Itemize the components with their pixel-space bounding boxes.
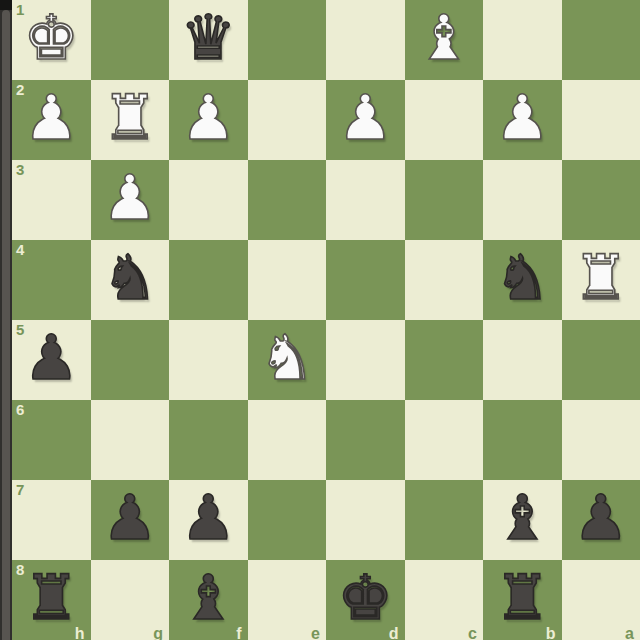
square-c2[interactable] — [405, 80, 484, 160]
square-f7[interactable]: ♟ — [169, 480, 248, 560]
piece-white-pawn[interactable]: ♟ — [23, 80, 79, 158]
square-d6[interactable] — [326, 400, 405, 480]
file-label-g: g — [153, 625, 163, 640]
piece-white-knight[interactable]: ♞ — [259, 320, 315, 398]
chess-board: 1♚♛♝2♟♜♟♟♟3♟4♞♞♜5♟♞67♟♟♝♟8h♜gf♝ed♚cb♜a — [12, 0, 640, 640]
square-b7[interactable]: ♝ — [483, 480, 562, 560]
piece-black-king[interactable]: ♚ — [337, 560, 393, 638]
square-d2[interactable]: ♟ — [326, 80, 405, 160]
square-a4[interactable]: ♜ — [562, 240, 640, 320]
piece-white-rook[interactable]: ♜ — [102, 80, 158, 158]
square-e3[interactable] — [248, 160, 327, 240]
piece-black-queen[interactable]: ♛ — [180, 0, 236, 78]
square-d4[interactable] — [326, 240, 405, 320]
square-a7[interactable]: ♟ — [562, 480, 640, 560]
piece-black-pawn[interactable]: ♟ — [102, 480, 158, 558]
rank-label-3: 3 — [16, 162, 24, 177]
rank-label-4: 4 — [16, 242, 24, 257]
square-b3[interactable] — [483, 160, 562, 240]
file-label-c: c — [468, 625, 477, 640]
square-f4[interactable] — [169, 240, 248, 320]
square-g1[interactable] — [91, 0, 170, 80]
rank-label-6: 6 — [16, 402, 24, 417]
square-e4[interactable] — [248, 240, 327, 320]
square-h5[interactable]: 5♟ — [12, 320, 91, 400]
square-d3[interactable] — [326, 160, 405, 240]
square-b2[interactable]: ♟ — [483, 80, 562, 160]
square-c1[interactable]: ♝ — [405, 0, 484, 80]
square-d8[interactable]: d♚ — [326, 560, 405, 640]
piece-black-bishop[interactable]: ♝ — [180, 560, 236, 638]
left-edge-bar — [0, 0, 12, 640]
square-g4[interactable]: ♞ — [91, 240, 170, 320]
square-a6[interactable] — [562, 400, 640, 480]
piece-white-pawn[interactable]: ♟ — [494, 80, 550, 158]
square-e1[interactable] — [248, 0, 327, 80]
square-a1[interactable] — [562, 0, 640, 80]
piece-black-knight[interactable]: ♞ — [494, 240, 550, 318]
square-e7[interactable] — [248, 480, 327, 560]
piece-white-pawn[interactable]: ♟ — [337, 80, 393, 158]
square-g5[interactable] — [91, 320, 170, 400]
square-c4[interactable] — [405, 240, 484, 320]
square-e6[interactable] — [248, 400, 327, 480]
square-g6[interactable] — [91, 400, 170, 480]
square-e5[interactable]: ♞ — [248, 320, 327, 400]
square-f8[interactable]: f♝ — [169, 560, 248, 640]
piece-black-rook[interactable]: ♜ — [23, 560, 79, 638]
square-b1[interactable] — [483, 0, 562, 80]
square-b6[interactable] — [483, 400, 562, 480]
square-h8[interactable]: 8h♜ — [12, 560, 91, 640]
square-f3[interactable] — [169, 160, 248, 240]
piece-black-pawn[interactable]: ♟ — [180, 480, 236, 558]
square-f1[interactable]: ♛ — [169, 0, 248, 80]
square-h3[interactable]: 3 — [12, 160, 91, 240]
file-label-a: a — [625, 625, 634, 640]
square-h2[interactable]: 2♟ — [12, 80, 91, 160]
piece-black-rook[interactable]: ♜ — [494, 560, 550, 638]
square-f6[interactable] — [169, 400, 248, 480]
left-edge-top-corner — [0, 0, 12, 10]
rank-label-7: 7 — [16, 482, 24, 497]
square-g7[interactable]: ♟ — [91, 480, 170, 560]
square-h6[interactable]: 6 — [12, 400, 91, 480]
piece-black-bishop[interactable]: ♝ — [494, 480, 550, 558]
square-f5[interactable] — [169, 320, 248, 400]
piece-black-pawn[interactable]: ♟ — [573, 480, 629, 558]
scrollbar-thumb[interactable] — [2, 10, 10, 640]
piece-white-rook[interactable]: ♜ — [573, 240, 629, 318]
piece-white-bishop[interactable]: ♝ — [416, 0, 472, 78]
file-label-e: e — [311, 625, 320, 640]
square-c5[interactable] — [405, 320, 484, 400]
square-c8[interactable]: c — [405, 560, 484, 640]
square-c6[interactable] — [405, 400, 484, 480]
piece-black-knight[interactable]: ♞ — [102, 240, 158, 318]
square-h1[interactable]: 1♚ — [12, 0, 91, 80]
piece-white-pawn[interactable]: ♟ — [180, 80, 236, 158]
square-d7[interactable] — [326, 480, 405, 560]
piece-white-pawn[interactable]: ♟ — [102, 160, 158, 238]
square-f2[interactable]: ♟ — [169, 80, 248, 160]
square-h7[interactable]: 7 — [12, 480, 91, 560]
square-g3[interactable]: ♟ — [91, 160, 170, 240]
square-a8[interactable]: a — [562, 560, 640, 640]
square-e8[interactable]: e — [248, 560, 327, 640]
square-b4[interactable]: ♞ — [483, 240, 562, 320]
square-e2[interactable] — [248, 80, 327, 160]
square-a5[interactable] — [562, 320, 640, 400]
square-d1[interactable] — [326, 0, 405, 80]
piece-black-pawn[interactable]: ♟ — [23, 320, 79, 398]
square-b8[interactable]: b♜ — [483, 560, 562, 640]
square-c3[interactable] — [405, 160, 484, 240]
square-c7[interactable] — [405, 480, 484, 560]
square-g8[interactable]: g — [91, 560, 170, 640]
chess-app-window: 1♚♛♝2♟♜♟♟♟3♟4♞♞♜5♟♞67♟♟♝♟8h♜gf♝ed♚cb♜a — [0, 0, 640, 640]
square-a3[interactable] — [562, 160, 640, 240]
piece-white-king[interactable]: ♚ — [23, 0, 79, 78]
square-a2[interactable] — [562, 80, 640, 160]
square-b5[interactable] — [483, 320, 562, 400]
square-d5[interactable] — [326, 320, 405, 400]
square-h4[interactable]: 4 — [12, 240, 91, 320]
file-label-f: f — [236, 625, 241, 640]
square-g2[interactable]: ♜ — [91, 80, 170, 160]
